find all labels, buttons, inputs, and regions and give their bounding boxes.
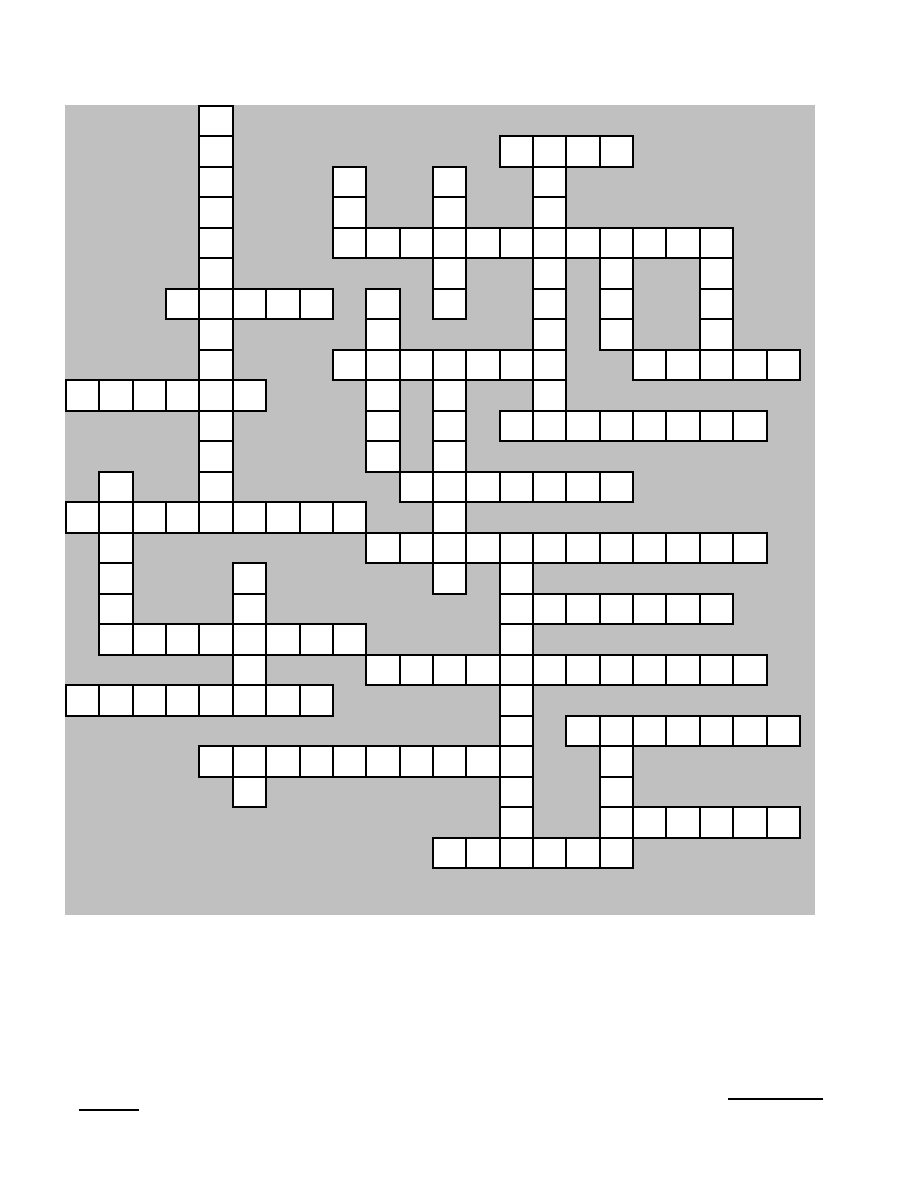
crossword-cell[interactable]: [98, 471, 133, 503]
crossword-cell[interactable]: [699, 654, 734, 686]
crossword-cell[interactable]: [332, 196, 367, 228]
crossword-cell[interactable]: [232, 745, 267, 777]
crossword-cell[interactable]: [532, 288, 567, 320]
crossword-cell[interactable]: [465, 654, 500, 686]
crossword-cell[interactable]: [332, 166, 367, 198]
crossword-cell[interactable]: [766, 806, 801, 838]
crossword-cell[interactable]: [532, 166, 567, 198]
crossword-cell[interactable]: [332, 501, 367, 533]
crossword-cell[interactable]: [399, 471, 434, 503]
crossword-cell[interactable]: [599, 227, 634, 259]
crossword-cell[interactable]: [432, 379, 467, 411]
crossword-cell[interactable]: [399, 745, 434, 777]
crossword-cell[interactable]: [265, 288, 300, 320]
crossword-cell[interactable]: [98, 684, 133, 716]
crossword-cell[interactable]: [365, 227, 400, 259]
crossword-cell[interactable]: [632, 410, 667, 442]
crossword-cell[interactable]: [465, 471, 500, 503]
crossword-cell[interactable]: [98, 623, 133, 655]
crossword-cell[interactable]: [532, 318, 567, 350]
crossword-cell[interactable]: [365, 440, 400, 472]
crossword-cell[interactable]: [599, 806, 634, 838]
crossword-cell[interactable]: [599, 410, 634, 442]
crossword-cell[interactable]: [499, 135, 534, 167]
crossword-cell[interactable]: [665, 806, 700, 838]
crossword-cell[interactable]: [532, 410, 567, 442]
crossword-cell[interactable]: [299, 623, 334, 655]
crossword-cell[interactable]: [432, 837, 467, 869]
crossword-cell[interactable]: [599, 288, 634, 320]
crossword-cell[interactable]: [732, 410, 767, 442]
crossword-cell[interactable]: [732, 806, 767, 838]
crossword-cell[interactable]: [599, 837, 634, 869]
crossword-cell[interactable]: [499, 837, 534, 869]
crossword-cell[interactable]: [98, 379, 133, 411]
crossword-cell[interactable]: [699, 532, 734, 564]
crossword-cell[interactable]: [432, 471, 467, 503]
crossword-cell[interactable]: [499, 806, 534, 838]
crossword-cell[interactable]: [365, 288, 400, 320]
crossword-cell[interactable]: [499, 745, 534, 777]
crossword-cell[interactable]: [132, 501, 167, 533]
crossword-cell[interactable]: [465, 837, 500, 869]
crossword-cell[interactable]: [565, 410, 600, 442]
crossword-cell[interactable]: [198, 135, 233, 167]
crossword-cell[interactable]: [432, 257, 467, 289]
crossword-cell[interactable]: [198, 623, 233, 655]
crossword-cell[interactable]: [465, 532, 500, 564]
crossword-cell[interactable]: [98, 501, 133, 533]
crossword-cell[interactable]: [165, 379, 200, 411]
crossword-cell[interactable]: [499, 410, 534, 442]
crossword-cell[interactable]: [232, 776, 267, 808]
crossword-cell[interactable]: [699, 806, 734, 838]
crossword-cell[interactable]: [732, 654, 767, 686]
crossword-cell[interactable]: [665, 654, 700, 686]
crossword-cell[interactable]: [399, 532, 434, 564]
crossword-cell[interactable]: [766, 715, 801, 747]
crossword-cell[interactable]: [265, 623, 300, 655]
crossword-cell[interactable]: [432, 196, 467, 228]
crossword-cell[interactable]: [432, 288, 467, 320]
crossword-cell[interactable]: [599, 532, 634, 564]
crossword-cell[interactable]: [499, 684, 534, 716]
crossword-cell[interactable]: [699, 593, 734, 625]
crossword-cell[interactable]: [198, 684, 233, 716]
crossword-cell[interactable]: [232, 593, 267, 625]
crossword-cell[interactable]: [432, 745, 467, 777]
crossword-cell[interactable]: [98, 562, 133, 594]
crossword-cell[interactable]: [98, 532, 133, 564]
crossword-cell[interactable]: [132, 684, 167, 716]
crossword-cell[interactable]: [532, 654, 567, 686]
crossword-cell[interactable]: [432, 532, 467, 564]
crossword-cell[interactable]: [532, 349, 567, 381]
crossword-cell[interactable]: [499, 532, 534, 564]
crossword-cell[interactable]: [198, 288, 233, 320]
crossword-cell[interactable]: [632, 593, 667, 625]
footer-blank-line-left: [79, 1109, 139, 1111]
crossword-cell[interactable]: [299, 288, 334, 320]
worksheet-page: [0, 0, 918, 1188]
crossword-cell[interactable]: [532, 227, 567, 259]
crossword-cell[interactable]: [265, 684, 300, 716]
crossword-cell[interactable]: [565, 471, 600, 503]
crossword-cell[interactable]: [699, 318, 734, 350]
crossword-cell[interactable]: [332, 349, 367, 381]
crossword-cell[interactable]: [365, 349, 400, 381]
crossword-cell[interactable]: [599, 715, 634, 747]
crossword-cell[interactable]: [198, 471, 233, 503]
crossword-cell[interactable]: [432, 654, 467, 686]
crossword-cell[interactable]: [432, 440, 467, 472]
crossword-cell[interactable]: [599, 257, 634, 289]
crossword-cell[interactable]: [432, 501, 467, 533]
crossword-cell[interactable]: [499, 593, 534, 625]
crossword-cell[interactable]: [532, 196, 567, 228]
crossword-cell[interactable]: [265, 501, 300, 533]
crossword-cell[interactable]: [499, 471, 534, 503]
crossword-cell[interactable]: [98, 593, 133, 625]
crossword-cell[interactable]: [198, 166, 233, 198]
crossword-cell[interactable]: [332, 227, 367, 259]
crossword-cell[interactable]: [198, 440, 233, 472]
crossword-cell[interactable]: [665, 349, 700, 381]
crossword-cell[interactable]: [532, 135, 567, 167]
crossword-cell[interactable]: [699, 288, 734, 320]
crossword-cell[interactable]: [198, 501, 233, 533]
crossword-cell[interactable]: [499, 562, 534, 594]
crossword-cell[interactable]: [332, 623, 367, 655]
crossword-cell[interactable]: [65, 501, 100, 533]
crossword-cell[interactable]: [265, 745, 300, 777]
crossword-cell[interactable]: [132, 623, 167, 655]
crossword-cell[interactable]: [699, 257, 734, 289]
crossword-cell[interactable]: [565, 532, 600, 564]
crossword-cell[interactable]: [299, 745, 334, 777]
crossword-cell[interactable]: [198, 105, 233, 137]
crossword-cell[interactable]: [665, 227, 700, 259]
crossword-cell[interactable]: [365, 654, 400, 686]
footer-blank-line-right: [728, 1098, 823, 1100]
crossword-board: [65, 105, 815, 915]
crossword-cell[interactable]: [432, 227, 467, 259]
crossword-cell[interactable]: [565, 654, 600, 686]
crossword-cell[interactable]: [198, 349, 233, 381]
crossword-cell[interactable]: [365, 379, 400, 411]
crossword-cell[interactable]: [65, 684, 100, 716]
crossword-cell[interactable]: [198, 227, 233, 259]
crossword-cell[interactable]: [499, 623, 534, 655]
crossword-cell[interactable]: [766, 349, 801, 381]
crossword-cell[interactable]: [599, 135, 634, 167]
crossword-cell[interactable]: [198, 379, 233, 411]
crossword-cell[interactable]: [499, 654, 534, 686]
crossword-cell[interactable]: [599, 593, 634, 625]
crossword-cell[interactable]: [532, 837, 567, 869]
crossword-cell[interactable]: [499, 715, 534, 747]
crossword-cell[interactable]: [165, 684, 200, 716]
crossword-cell[interactable]: [65, 379, 100, 411]
crossword-cell[interactable]: [198, 318, 233, 350]
crossword-cell[interactable]: [232, 562, 267, 594]
crossword-cell[interactable]: [198, 410, 233, 442]
crossword-cell[interactable]: [565, 227, 600, 259]
crossword-cell[interactable]: [565, 715, 600, 747]
crossword-cell[interactable]: [132, 379, 167, 411]
crossword-cell[interactable]: [332, 745, 367, 777]
crossword-cell[interactable]: [499, 776, 534, 808]
crossword-cell[interactable]: [732, 715, 767, 747]
crossword-cell[interactable]: [532, 379, 567, 411]
crossword-cell[interactable]: [299, 501, 334, 533]
crossword-cell[interactable]: [399, 227, 434, 259]
crossword-cell[interactable]: [599, 745, 634, 777]
crossword-cell[interactable]: [565, 593, 600, 625]
crossword-cell[interactable]: [399, 654, 434, 686]
crossword-cell[interactable]: [665, 715, 700, 747]
crossword-cell[interactable]: [365, 410, 400, 442]
crossword-cell[interactable]: [465, 349, 500, 381]
crossword-cell[interactable]: [699, 715, 734, 747]
crossword-cell[interactable]: [599, 318, 634, 350]
crossword-cell[interactable]: [632, 806, 667, 838]
crossword-cell[interactable]: [699, 410, 734, 442]
crossword-cell[interactable]: [165, 623, 200, 655]
crossword-cell[interactable]: [599, 776, 634, 808]
crossword-cell[interactable]: [232, 379, 267, 411]
crossword-cell[interactable]: [198, 745, 233, 777]
crossword-cell[interactable]: [532, 471, 567, 503]
crossword-cell[interactable]: [532, 257, 567, 289]
crossword-cell[interactable]: [632, 654, 667, 686]
crossword-cell[interactable]: [665, 532, 700, 564]
crossword-cell[interactable]: [432, 562, 467, 594]
crossword-cell[interactable]: [232, 501, 267, 533]
crossword-cell[interactable]: [432, 410, 467, 442]
crossword-cell[interactable]: [232, 684, 267, 716]
crossword-cell[interactable]: [699, 227, 734, 259]
crossword-cell[interactable]: [465, 745, 500, 777]
crossword-cell[interactable]: [165, 501, 200, 533]
crossword-cell[interactable]: [399, 349, 434, 381]
crossword-cell[interactable]: [632, 227, 667, 259]
crossword-cell[interactable]: [665, 410, 700, 442]
crossword-cell[interactable]: [465, 227, 500, 259]
crossword-cell[interactable]: [732, 349, 767, 381]
crossword-cell[interactable]: [198, 257, 233, 289]
crossword-cell[interactable]: [432, 349, 467, 381]
crossword-cell[interactable]: [632, 532, 667, 564]
crossword-cell[interactable]: [499, 349, 534, 381]
crossword-cell[interactable]: [565, 837, 600, 869]
crossword-cell[interactable]: [732, 532, 767, 564]
crossword-cell[interactable]: [232, 623, 267, 655]
crossword-cell[interactable]: [632, 715, 667, 747]
crossword-cell[interactable]: [665, 593, 700, 625]
crossword-cell[interactable]: [232, 654, 267, 686]
crossword-cell[interactable]: [532, 532, 567, 564]
crossword-cell[interactable]: [365, 318, 400, 350]
crossword-cell[interactable]: [365, 745, 400, 777]
crossword-cell[interactable]: [565, 135, 600, 167]
crossword-cell[interactable]: [599, 654, 634, 686]
crossword-cell[interactable]: [599, 471, 634, 503]
crossword-cell[interactable]: [165, 288, 200, 320]
crossword-cell[interactable]: [198, 196, 233, 228]
crossword-cell[interactable]: [499, 227, 534, 259]
crossword-cell[interactable]: [432, 166, 467, 198]
crossword-cell[interactable]: [699, 349, 734, 381]
crossword-cell[interactable]: [365, 532, 400, 564]
crossword-cell[interactable]: [232, 288, 267, 320]
crossword-cell[interactable]: [532, 593, 567, 625]
crossword-cell[interactable]: [299, 684, 334, 716]
crossword-cell[interactable]: [632, 349, 667, 381]
